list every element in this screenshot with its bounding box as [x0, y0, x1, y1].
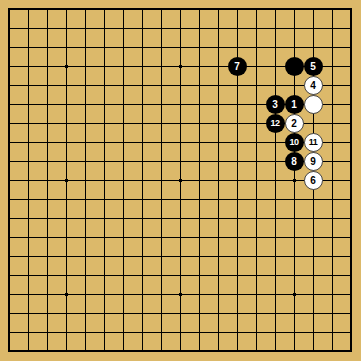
go-diagram-page: 123456789101112 [0, 0, 361, 361]
stone-white-4-r15: 4 [304, 76, 323, 95]
stone-white-r14 [304, 95, 323, 114]
star-point [179, 65, 182, 68]
star-point [179, 179, 182, 182]
stone-white-9-r11: 9 [304, 152, 323, 171]
star-point [65, 179, 68, 182]
star-point [293, 293, 296, 296]
stone-black-8-q11: 8 [285, 152, 304, 171]
stone-white-6-r10: 6 [304, 171, 323, 190]
stone-black-7-n16: 7 [228, 57, 247, 76]
stone-black-q16 [285, 57, 304, 76]
stone-black-5-r16: 5 [304, 57, 323, 76]
stone-white-11-r12: 11 [304, 133, 323, 152]
star-point [65, 65, 68, 68]
stone-black-10-q12: 10 [285, 133, 304, 152]
star-point [179, 293, 182, 296]
stone-black-3-p14: 3 [266, 95, 285, 114]
star-point [293, 179, 296, 182]
star-point [65, 293, 68, 296]
stone-black-12-p13: 12 [266, 114, 285, 133]
stone-white-2-q13: 2 [285, 114, 304, 133]
stone-black-1-q14: 1 [285, 95, 304, 114]
